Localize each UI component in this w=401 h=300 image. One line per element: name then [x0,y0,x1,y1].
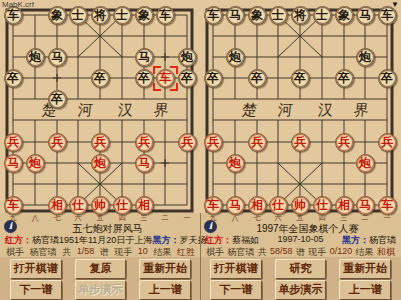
red-piece-仕[interactable]: 仕 [313,196,332,215]
move-value: 0/120 [330,246,353,259]
next-record-button[interactable]: 下一谱 [210,280,262,300]
red-piece-车[interactable]: 车 [378,196,397,215]
black-piece-车[interactable]: 车 [156,6,175,25]
red-piece-帅[interactable]: 帅 [91,196,110,215]
black-piece-炮[interactable]: 炮 [178,48,197,67]
black-piece-炮[interactable]: 炮 [356,48,375,67]
panel-divider [200,213,201,300]
red-piece-马[interactable]: 马 [4,154,23,173]
step-demo-button: 单步演示 [75,280,127,300]
prev-record-button[interactable]: 上一谱 [339,280,391,300]
red-piece-帅[interactable]: 帅 [291,196,310,215]
info-icon[interactable]: i [204,220,217,233]
red-piece-马[interactable]: 马 [135,154,154,173]
black-piece-士[interactable]: 士 [69,6,88,25]
total-label: 共 [62,246,71,259]
move-label: 现手 [308,246,326,259]
button-row-1: 打开棋谱 复原 重新开始 [0,259,201,279]
red-piece-相[interactable]: 相 [135,196,154,215]
black-piece-炮[interactable]: 炮 [226,48,245,67]
black-piece-卒[interactable]: 卒 [48,90,67,109]
stats-line: 棋手 杨官璘 共 58/58 谱 现手 0/120 结果 和棋 [206,246,395,259]
red-piece-兵[interactable]: 兵 [204,133,223,152]
red-piece-兵[interactable]: 兵 [378,133,397,152]
black-side-label: 黑方： [342,235,369,245]
red-piece-马[interactable]: 马 [356,196,375,215]
move-value: 10 [138,246,148,259]
black-piece-马[interactable]: 马 [135,48,154,67]
black-piece-炮[interactable]: 炮 [26,48,45,67]
black-piece-车[interactable]: 车 [204,6,223,25]
research-button[interactable]: 研究 [275,259,327,279]
next-record-button[interactable]: 下一谱 [10,280,62,300]
black-player-name: 杨官璘 [369,235,396,245]
player-value: 杨官璘 [30,246,57,259]
total-label: 共 [258,246,267,259]
red-piece-仕[interactable]: 仕 [69,196,88,215]
open-record-button[interactable]: 打开棋谱 [10,259,62,279]
red-piece-兵[interactable]: 兵 [291,133,310,152]
black-piece-士[interactable]: 士 [269,6,288,25]
black-piece-卒[interactable]: 卒 [378,69,397,88]
menu-arrow-icon[interactable]: ▼ [391,0,399,9]
record-label: 谱 [100,246,109,259]
red-player-name: 杨官璘 [32,235,59,245]
red-piece-炮[interactable]: 炮 [91,154,110,173]
result-label: 结果 [356,246,374,259]
black-piece-马[interactable]: 马 [48,48,67,67]
open-record-button[interactable]: 打开棋谱 [210,259,262,279]
red-side-label: 红方： [205,235,232,245]
button-row-2: 下一谱 单步演示 上一谱 [0,280,201,300]
red-piece-炮[interactable]: 炮 [26,154,45,173]
left-game-panel: 楚 河 汉 界 车象士将士象车炮马马炮卒卒卒车卒卒兵兵兵兵兵马炮炮马车相仕帅仕相… [0,0,201,300]
red-piece-兵[interactable]: 兵 [248,133,267,152]
restore-button[interactable]: 复原 [75,259,127,279]
red-piece-炮[interactable]: 炮 [356,154,375,173]
red-piece-兵[interactable]: 兵 [91,133,110,152]
red-piece-相[interactable]: 相 [248,196,267,215]
pieces-layer: 车象士将士象车炮马马炮卒卒卒车卒卒兵兵兵兵兵马炮炮马车相仕帅仕相 [0,0,201,213]
player-label: 棋手 [6,246,24,259]
red-side-label: 红方： [5,235,32,245]
result-value: 红胜 [177,246,195,259]
red-piece-兵[interactable]: 兵 [178,133,197,152]
red-player-name: 蔡福如 [232,235,259,245]
red-piece-车[interactable]: 车 [4,196,23,215]
red-piece-相[interactable]: 相 [335,196,354,215]
right-game-panel: 楚 河 汉 界 车马象士将士象马车炮炮卒卒卒卒卒兵兵兵兵兵炮炮车马相仕帅仕相马车… [200,0,401,300]
red-piece-炮[interactable]: 炮 [226,154,245,173]
black-piece-将[interactable]: 将 [91,6,110,25]
pieces-layer: 车马象士将士象马车炮炮卒卒卒卒卒兵兵兵兵兵炮炮车马相仕帅仕相马车 [200,0,401,213]
black-piece-象[interactable]: 象 [48,6,67,25]
red-piece-马[interactable]: 马 [226,196,245,215]
red-piece-车[interactable]: 车 [204,196,223,215]
total-value: 58/58 [270,246,293,259]
result-label: 结果 [153,246,171,259]
black-piece-士[interactable]: 士 [313,6,332,25]
black-piece-卒[interactable]: 卒 [135,69,154,88]
result-value: 和棋 [377,246,395,259]
black-piece-象[interactable]: 象 [248,6,267,25]
info-icon[interactable]: i [4,220,17,233]
xiangqi-board[interactable]: 楚 河 汉 界 车马象士将士象马车炮炮卒卒卒卒卒兵兵兵兵兵炮炮车马相仕帅仕相马车 [200,0,401,213]
black-piece-卒[interactable]: 卒 [4,69,23,88]
red-piece-仕[interactable]: 仕 [113,196,132,215]
red-piece-相[interactable]: 相 [48,196,67,215]
step-demo-button[interactable]: 单步演示 [275,280,327,300]
button-row-1: 打开棋谱 研究 重新开始 [200,259,401,279]
stats-line: 棋手 杨官璘 共 1/58 谱 现手 10 结果 红胜 [6,246,195,259]
player-value: 杨官璘 [227,246,254,259]
black-piece-士[interactable]: 士 [113,6,132,25]
restart-button[interactable]: 重新开始 [339,259,391,279]
red-piece-兵[interactable]: 兵 [135,133,154,152]
black-side-label: 黑方： [152,235,179,245]
black-piece-马[interactable]: 马 [356,6,375,25]
red-piece-仕[interactable]: 仕 [269,196,288,215]
total-value: 1/58 [77,246,95,259]
red-piece-车[interactable]: 车 [156,69,175,88]
player-label: 棋手 [206,246,224,259]
record-label: 谱 [296,246,305,259]
black-piece-象[interactable]: 象 [135,6,154,25]
window-title: MabK.crf [2,0,34,9]
black-piece-卒[interactable]: 卒 [248,69,267,88]
red-piece-兵[interactable]: 兵 [335,133,354,152]
restart-button[interactable]: 重新开始 [139,259,191,279]
black-piece-将[interactable]: 将 [291,6,310,25]
button-row-2: 下一谱 单步演示 上一谱 [200,280,401,300]
black-piece-卒[interactable]: 卒 [291,69,310,88]
red-piece-兵[interactable]: 兵 [4,133,23,152]
prev-record-button[interactable]: 上一谱 [139,280,191,300]
black-piece-象[interactable]: 象 [335,6,354,25]
red-piece-兵[interactable]: 兵 [48,133,67,152]
black-piece-马[interactable]: 马 [226,6,245,25]
move-label: 现手 [114,246,132,259]
black-piece-卒[interactable]: 卒 [178,69,197,88]
xiangqi-board[interactable]: 楚 河 汉 界 车象士将士象车炮马马炮卒卒卒车卒卒兵兵兵兵兵马炮炮马车相仕帅仕相 [0,0,201,213]
black-piece-卒[interactable]: 卒 [204,69,223,88]
black-piece-卒[interactable]: 卒 [91,69,110,88]
black-piece-卒[interactable]: 卒 [335,69,354,88]
